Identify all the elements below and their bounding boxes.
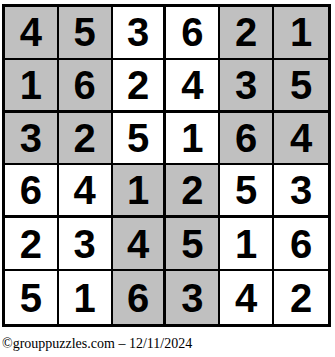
cell-r5c3[interactable]: 4 [113,218,167,271]
cell-r2c4[interactable]: 4 [166,60,220,113]
cell-r6c2[interactable]: 1 [59,271,113,324]
cell-r1c6[interactable]: 1 [274,7,328,60]
cell-r6c6[interactable]: 2 [274,271,328,324]
cell-r4c1[interactable]: 6 [5,165,59,218]
cell-r5c6[interactable]: 6 [274,218,328,271]
puzzle-page: 453621162435325164641253234516516342 ©gr… [0,0,335,357]
sudoku-board: 453621162435325164641253234516516342 [2,4,331,327]
cell-r5c4[interactable]: 5 [166,218,220,271]
cell-r4c4[interactable]: 2 [166,165,220,218]
cell-r4c5[interactable]: 5 [220,165,274,218]
cell-r2c2[interactable]: 6 [59,60,113,113]
credit-text: ©grouppuzzles.com – 12/11/2024 [2,336,192,352]
cell-r1c1[interactable]: 4 [5,7,59,60]
cell-r3c2[interactable]: 2 [59,113,113,166]
cell-r2c6[interactable]: 5 [274,60,328,113]
cell-r1c2[interactable]: 5 [59,7,113,60]
cell-r5c1[interactable]: 2 [5,218,59,271]
cell-r6c1[interactable]: 5 [5,271,59,324]
cell-r5c5[interactable]: 1 [220,218,274,271]
cell-r4c3[interactable]: 1 [113,165,167,218]
cell-r6c5[interactable]: 4 [220,271,274,324]
cell-r3c4[interactable]: 1 [166,113,220,166]
cell-r5c2[interactable]: 3 [59,218,113,271]
cell-r6c4[interactable]: 3 [166,271,220,324]
cell-r3c1[interactable]: 3 [5,113,59,166]
cell-r3c3[interactable]: 5 [113,113,167,166]
cell-r1c5[interactable]: 2 [220,7,274,60]
cell-r6c3[interactable]: 6 [113,271,167,324]
cell-r1c4[interactable]: 6 [166,7,220,60]
cell-r4c2[interactable]: 4 [59,165,113,218]
cell-r2c5[interactable]: 3 [220,60,274,113]
cell-r4c6[interactable]: 3 [274,165,328,218]
cell-r3c5[interactable]: 6 [220,113,274,166]
cell-r3c6[interactable]: 4 [274,113,328,166]
cell-r1c3[interactable]: 3 [113,7,167,60]
cell-r2c3[interactable]: 2 [113,60,167,113]
cell-r2c1[interactable]: 1 [5,60,59,113]
